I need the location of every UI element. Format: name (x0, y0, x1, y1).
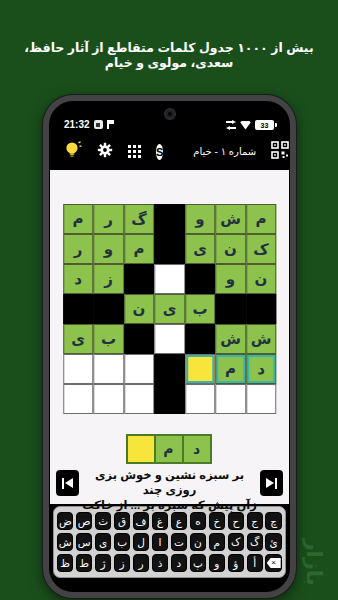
bazaar-watermark: بازار (302, 532, 326, 592)
key-پ[interactable]: پ (190, 554, 206, 572)
board-cell-r6c2[interactable] (93, 354, 124, 384)
board-cell-r5c1[interactable]: ی (63, 324, 94, 354)
key-م[interactable]: م (209, 533, 225, 551)
hint-bulb-icon[interactable] (64, 140, 82, 163)
data-transfer-icon (226, 120, 236, 130)
board-cell-r3c1[interactable]: د (63, 264, 94, 294)
board-cell-r6c7[interactable]: د (246, 354, 277, 384)
key-ط[interactable]: ط (76, 554, 92, 572)
phone-mockup: 21:32 33 (43, 95, 296, 598)
board-cell-r3c7[interactable]: ن (246, 264, 277, 294)
board-cell-r2c7[interactable]: ک (246, 234, 277, 264)
key-ؤ[interactable]: ؤ (228, 554, 244, 572)
puzzle-list-grid-icon[interactable] (128, 145, 141, 158)
board-cell-r1c6[interactable]: ش (215, 204, 246, 234)
key-و[interactable]: و (209, 554, 225, 572)
board-cell-r1c2[interactable]: ر (93, 204, 124, 234)
board-cell-r1c7[interactable]: م (246, 204, 277, 234)
key-أ[interactable]: أ (247, 554, 263, 572)
key-ک[interactable]: ک (228, 533, 244, 551)
notification-badge-icon (94, 120, 103, 129)
key-گ[interactable]: گ (247, 533, 263, 551)
board-cell-r7c6[interactable] (215, 384, 246, 414)
board-cell-r4c3[interactable]: ن (124, 294, 155, 324)
clue-text: بر سبزه نشین و خوش بزی روزی چند زآن پیش … (80, 468, 259, 513)
settings-gear-icon[interactable] (97, 142, 113, 162)
key-د[interactable]: د (171, 554, 187, 572)
current-word-preview: مد (128, 434, 212, 464)
board-cell-r3c3 (124, 264, 155, 294)
key-ژ[interactable]: ژ (95, 554, 111, 572)
bottom-bezel (50, 578, 289, 591)
key-ح[interactable]: ح (228, 512, 244, 530)
board-cell-r3c4[interactable] (154, 264, 185, 294)
keyboard-row-1: ضصثقفغعهخحجچ (57, 512, 282, 530)
key-ل[interactable]: ل (133, 533, 149, 551)
board-cell-r3c2[interactable]: ز (93, 264, 124, 294)
board-cell-r5c4[interactable] (154, 324, 185, 354)
coin-icon[interactable]: S (156, 144, 163, 160)
key-ذ[interactable]: ذ (152, 554, 168, 572)
key-ش[interactable]: ش (57, 533, 73, 551)
key-ه[interactable]: ه (190, 512, 206, 530)
preview-cell-3: د (182, 434, 212, 464)
board-cell-r4c4[interactable]: ی (154, 294, 185, 324)
key-ع[interactable]: ع (171, 512, 187, 530)
board-cell-r5c6[interactable]: ش (215, 324, 246, 354)
board-cell-r5c7[interactable]: ش (246, 324, 277, 354)
keyboard-area: ضصثقفغعهخحجچشسیبلاتنمکگئظطژزرذدپوؤأ× (50, 504, 289, 578)
board-cell-r2c6[interactable]: ن (215, 234, 246, 264)
key-ر[interactable]: ر (133, 554, 149, 572)
board-cell-r7c7[interactable] (246, 384, 277, 414)
board-cell-r3c5 (185, 264, 216, 294)
board-cell-r2c3[interactable]: م (124, 234, 155, 264)
key-ا[interactable]: ا (152, 533, 168, 551)
board-cell-r6c3[interactable] (124, 354, 155, 384)
board-cell-r3c6[interactable]: و (215, 264, 246, 294)
board-cell-r4c7 (246, 294, 277, 324)
clue-line-2: زآن پیش که سبزه بر ... از خاکت (80, 498, 259, 513)
board-cell-r6c4 (154, 354, 185, 384)
board-cell-r6c1[interactable] (63, 354, 94, 384)
key-ن[interactable]: ن (190, 533, 206, 551)
keyboard-row-3: ظطژزرذدپوؤأ× (57, 554, 282, 572)
board-cell-r1c4 (154, 204, 185, 234)
clue-line-1: بر سبزه نشین و خوش بزی روزی چند (80, 468, 259, 498)
preview-cell-2: م (154, 434, 184, 464)
clock: 21:32 (64, 119, 90, 130)
board-cell-r5c2[interactable]: ب (93, 324, 124, 354)
next-clue-button[interactable] (260, 470, 283, 496)
board-cell-r7c5[interactable] (185, 384, 216, 414)
backspace-icon: × (267, 558, 281, 568)
board-cell-r2c5[interactable]: ی (185, 234, 216, 264)
key-غ[interactable]: غ (152, 512, 168, 530)
board-cell-r6c6[interactable]: م (215, 354, 246, 384)
board-cell-r2c2[interactable]: و (93, 234, 124, 264)
board-cell-r6c5[interactable] (185, 354, 216, 384)
phone-screen: 21:32 33 (50, 102, 289, 591)
board-cell-r2c4 (154, 234, 185, 264)
battery-level: 33 (255, 120, 274, 130)
key-س[interactable]: س (76, 533, 92, 551)
board-cell-r7c1[interactable] (63, 384, 94, 414)
board-cell-r7c4 (154, 384, 185, 414)
board-cell-r7c3[interactable] (124, 384, 155, 414)
flag-icon (107, 120, 114, 129)
key-ظ[interactable]: ظ (57, 554, 73, 572)
board-cell-r1c5[interactable]: و (185, 204, 216, 234)
camera-punch-hole (164, 108, 176, 120)
key-ت[interactable]: ت (171, 533, 187, 551)
crossword-board: مرگوشمرومینکدزوننیبیبششمد (63, 204, 277, 414)
preview-cell-1 (126, 434, 156, 464)
key-چ[interactable]: چ (265, 512, 281, 530)
key-ص[interactable]: ص (76, 512, 92, 530)
board-cell-r5c3 (124, 324, 155, 354)
key-ئ[interactable]: ئ (265, 533, 281, 551)
key-ز[interactable]: ز (114, 554, 130, 572)
board-cell-r5c5 (185, 324, 216, 354)
board-cell-r2c1[interactable]: ر (63, 234, 94, 264)
keyboard-row-2: شسیبلاتنمکگئ (57, 533, 282, 551)
key-ف[interactable]: ف (133, 512, 149, 530)
key-ی[interactable]: ی (95, 533, 111, 551)
app-toolbar: S شماره ۱ - خیام (50, 133, 289, 170)
key-ب[interactable]: ب (114, 533, 130, 551)
board-cell-r1c1[interactable]: م (63, 204, 94, 234)
board-cell-r4c5[interactable]: ب (185, 294, 216, 324)
qr-scan-icon[interactable] (271, 141, 289, 163)
puzzle-card: مرگوشمرومینکدزوننیبیبششمد مد بر سبزه نشی… (50, 170, 289, 504)
prev-clue-button[interactable] (56, 470, 79, 496)
key-ث[interactable]: ث (95, 512, 111, 530)
page: بیش از ۱۰۰۰ جدول کلمات متقاطع از آثار حا… (0, 0, 338, 600)
key-خ[interactable]: خ (209, 512, 225, 530)
board-cell-r1c3[interactable]: گ (124, 204, 155, 234)
board-cell-r4c2 (93, 294, 124, 324)
board-cell-r4c6 (215, 294, 246, 324)
board-cell-r7c2[interactable] (93, 384, 124, 414)
key-ج[interactable]: ج (247, 512, 263, 530)
backspace-key[interactable]: × (265, 554, 281, 572)
puzzle-title: شماره ۱ - خیام (193, 146, 256, 157)
board-cell-r4c1 (63, 294, 94, 324)
key-ق[interactable]: ق (114, 512, 130, 530)
app-tagline: بیش از ۱۰۰۰ جدول کلمات متقاطع از آثار حا… (0, 40, 338, 70)
key-ض[interactable]: ض (57, 512, 73, 530)
battery-icon: 33 (255, 120, 277, 130)
wifi-icon (240, 121, 251, 130)
persian-keyboard: ضصثقفغعهخحجچشسیبلاتنمکگئظطژزرذدپوؤأ× (53, 506, 286, 578)
